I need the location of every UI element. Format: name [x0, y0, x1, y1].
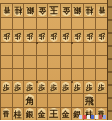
- square-6c[interactable]: 歩: [37, 30, 49, 43]
- square-6d[interactable]: [37, 43, 49, 56]
- piece-silver-sente[interactable]: 銀: [25, 108, 36, 120]
- watermark-block: [95, 115, 98, 119]
- piece-silver-gote[interactable]: 銀: [72, 5, 83, 17]
- piece-pawn-sente[interactable]: 歩: [37, 82, 47, 93]
- square-9b[interactable]: [1, 18, 13, 31]
- square-6g[interactable]: 歩: [37, 81, 49, 94]
- square-8c[interactable]: 歩: [13, 30, 25, 43]
- watermark-block: [87, 115, 90, 119]
- piece-knight-gote[interactable]: 桂: [13, 5, 24, 17]
- piece-pawn-sente[interactable]: 歩: [85, 82, 95, 93]
- square-4g[interactable]: 歩: [61, 81, 73, 94]
- piece-gold-gote[interactable]: 金: [61, 5, 72, 17]
- piece-rook-sente[interactable]: 飛: [84, 94, 96, 107]
- piece-gold-sente[interactable]: 金: [61, 108, 72, 120]
- piece-lance-sente[interactable]: 香: [2, 108, 12, 119]
- square-9h[interactable]: [1, 94, 13, 108]
- square-3b[interactable]: [72, 18, 84, 31]
- square-5f[interactable]: [48, 69, 61, 82]
- square-3e[interactable]: [72, 56, 84, 69]
- square-9g[interactable]: 歩: [1, 81, 13, 94]
- square-3g[interactable]: 歩: [72, 81, 84, 94]
- piece-pawn-gote[interactable]: 歩: [97, 31, 107, 42]
- square-6b[interactable]: [37, 18, 49, 31]
- square-4i[interactable]: 金: [61, 108, 73, 121]
- square-6f[interactable]: [37, 69, 49, 82]
- square-5c[interactable]: 歩: [48, 30, 61, 43]
- square-4b[interactable]: [61, 18, 73, 31]
- square-8h[interactable]: [13, 94, 25, 108]
- square-4d[interactable]: [61, 43, 73, 56]
- piece-pawn-sente[interactable]: 歩: [2, 82, 12, 93]
- piece-pawn-gote[interactable]: 歩: [85, 31, 95, 42]
- square-2c[interactable]: 歩: [84, 30, 97, 43]
- square-3a[interactable]: 銀: [72, 4, 84, 18]
- piece-pawn-sente[interactable]: 歩: [73, 82, 83, 93]
- square-7g[interactable]: 歩: [24, 81, 37, 94]
- square-8f[interactable]: [13, 69, 25, 82]
- shogi-app-screen: 香桂銀金玉金銀桂香歩歩歩歩歩歩歩歩歩歩歩歩歩歩歩歩歩歩角飛香桂銀金王金銀桂香: [0, 0, 112, 120]
- watermark-block: [83, 115, 86, 119]
- square-9e[interactable]: [1, 56, 13, 69]
- square-9i[interactable]: 香: [1, 108, 13, 121]
- piece-pawn-gote[interactable]: 歩: [2, 31, 12, 42]
- square-7c[interactable]: 歩: [24, 30, 37, 43]
- square-7i[interactable]: 銀: [24, 108, 37, 121]
- square-5e[interactable]: [48, 56, 61, 69]
- piece-gold-sente[interactable]: 金: [37, 108, 48, 120]
- piece-pawn-gote[interactable]: 歩: [61, 31, 71, 42]
- square-7f[interactable]: [24, 69, 37, 82]
- square-8e[interactable]: [13, 56, 25, 69]
- square-1f[interactable]: [96, 69, 108, 82]
- square-5h[interactable]: [48, 94, 61, 108]
- square-7e[interactable]: [24, 56, 37, 69]
- square-5a[interactable]: 玉: [48, 4, 61, 18]
- square-9a[interactable]: 香: [1, 4, 13, 18]
- piece-pawn-gote[interactable]: 歩: [37, 31, 47, 42]
- square-1g[interactable]: 歩: [96, 81, 108, 94]
- square-4c[interactable]: 歩: [61, 30, 73, 43]
- star-point: [36, 81, 38, 83]
- square-2h[interactable]: 飛: [84, 94, 97, 108]
- square-3d[interactable]: [72, 43, 84, 56]
- piece-pawn-sente[interactable]: 歩: [61, 82, 71, 93]
- square-8i[interactable]: 桂: [13, 108, 25, 121]
- square-1e[interactable]: [96, 56, 108, 69]
- square-5b[interactable]: [48, 18, 61, 31]
- square-5g[interactable]: 歩: [48, 81, 61, 94]
- watermark-block: [99, 115, 102, 119]
- piece-king-gote[interactable]: 玉: [48, 4, 60, 17]
- square-7h[interactable]: 角: [24, 94, 37, 108]
- piece-pawn-sente[interactable]: 歩: [25, 82, 35, 93]
- square-6i[interactable]: 金: [37, 108, 49, 121]
- square-2e[interactable]: [84, 56, 97, 69]
- board-right-edge-rank-marks: [107, 0, 112, 120]
- square-2b[interactable]: [84, 18, 97, 31]
- square-3c[interactable]: 歩: [72, 30, 84, 43]
- square-5d[interactable]: [48, 43, 61, 56]
- square-4f[interactable]: [61, 69, 73, 82]
- square-3h[interactable]: [72, 94, 84, 108]
- watermark-block: [79, 115, 82, 119]
- shogi-board: 香桂銀金玉金銀桂香歩歩歩歩歩歩歩歩歩歩歩歩歩歩歩歩歩歩角飛香桂銀金王金銀桂香: [0, 3, 108, 120]
- piece-lance-gote[interactable]: 香: [97, 5, 107, 16]
- piece-lance-gote[interactable]: 香: [2, 5, 12, 16]
- piece-silver-gote[interactable]: 銀: [25, 5, 36, 17]
- square-7d[interactable]: [24, 43, 37, 56]
- star-point: [36, 42, 38, 44]
- piece-pawn-sente[interactable]: 歩: [97, 82, 107, 93]
- watermark-block: [103, 115, 106, 119]
- square-6a[interactable]: 金: [37, 4, 49, 18]
- square-7a[interactable]: 銀: [24, 4, 37, 18]
- square-2f[interactable]: [84, 69, 97, 82]
- piece-pawn-gote[interactable]: 歩: [25, 31, 35, 42]
- square-1c[interactable]: 歩: [96, 30, 108, 43]
- square-9d[interactable]: [1, 43, 13, 56]
- piece-gold-gote[interactable]: 金: [37, 5, 48, 17]
- square-1b[interactable]: [96, 18, 108, 31]
- square-5i[interactable]: 王: [48, 108, 61, 121]
- square-2d[interactable]: [84, 43, 97, 56]
- square-1a[interactable]: 香: [96, 4, 108, 18]
- square-1h[interactable]: [96, 94, 108, 108]
- star-point: [71, 81, 73, 83]
- piece-king-sente[interactable]: 王: [48, 108, 60, 121]
- square-3f[interactable]: [72, 69, 84, 82]
- square-8a[interactable]: 桂: [13, 4, 25, 18]
- piece-pawn-gote[interactable]: 歩: [13, 31, 23, 42]
- square-6e[interactable]: [37, 56, 49, 69]
- square-2a[interactable]: 桂: [84, 4, 97, 18]
- square-8b[interactable]: [13, 18, 25, 31]
- square-9c[interactable]: 歩: [1, 30, 13, 43]
- app-watermark: [79, 115, 106, 119]
- square-1d[interactable]: [96, 43, 108, 56]
- piece-pawn-gote[interactable]: 歩: [49, 31, 59, 42]
- square-8d[interactable]: [13, 43, 25, 56]
- square-2g[interactable]: 歩: [84, 81, 97, 94]
- watermark-block: [91, 115, 94, 119]
- square-8g[interactable]: 歩: [13, 81, 25, 94]
- square-6h[interactable]: [37, 94, 49, 108]
- square-9f[interactable]: [1, 69, 13, 82]
- piece-pawn-gote[interactable]: 歩: [73, 31, 83, 42]
- star-point: [71, 42, 73, 44]
- square-4h[interactable]: [61, 94, 73, 108]
- square-7b[interactable]: [24, 18, 37, 31]
- piece-pawn-sente[interactable]: 歩: [13, 82, 23, 93]
- piece-knight-sente[interactable]: 桂: [13, 108, 24, 120]
- piece-knight-gote[interactable]: 桂: [84, 5, 95, 17]
- piece-pawn-sente[interactable]: 歩: [49, 82, 59, 93]
- square-4e[interactable]: [61, 56, 73, 69]
- piece-bishop-sente[interactable]: 角: [24, 94, 36, 107]
- square-4a[interactable]: 金: [61, 4, 73, 18]
